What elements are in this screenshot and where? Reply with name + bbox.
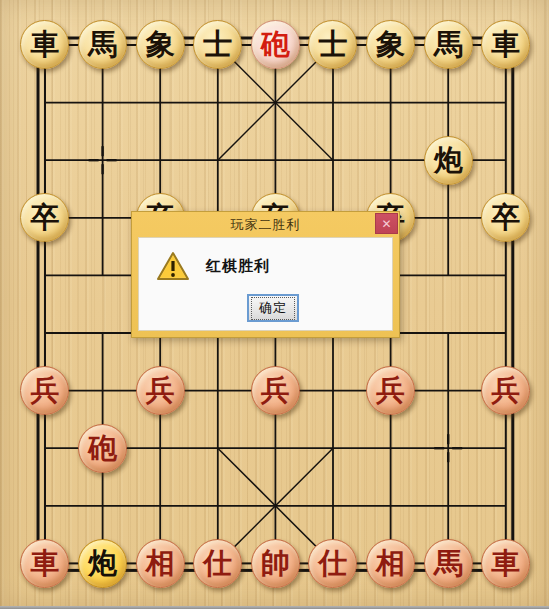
close-button[interactable]: ✕ [375,213,398,234]
piece-black-horse[interactable]: 馬 [424,20,473,69]
piece-black-advisor[interactable]: 士 [193,20,242,69]
dialog-message: 红棋胜利 [206,257,270,276]
piece-red-soldier[interactable]: 兵 [251,366,300,415]
piece-red-advisor[interactable]: 仕 [193,539,242,588]
piece-red-advisor[interactable]: 仕 [308,539,357,588]
piece-red-soldier[interactable]: 兵 [481,366,530,415]
piece-red-soldier[interactable]: 兵 [20,366,69,415]
piece-black-soldier[interactable]: 卒 [20,193,69,242]
piece-red-elephant[interactable]: 相 [136,539,185,588]
piece-black-advisor[interactable]: 士 [308,20,357,69]
close-icon: ✕ [381,217,391,231]
piece-black-chariot[interactable]: 車 [481,20,530,69]
warning-icon [156,251,190,282]
piece-black-elephant[interactable]: 象 [366,20,415,69]
victory-dialog: 玩家二胜利 ✕ 红棋胜利 确定 [131,211,400,338]
piece-red-soldier[interactable]: 兵 [366,366,415,415]
piece-red-elephant[interactable]: 相 [366,539,415,588]
piece-black-cannon[interactable]: 炮 [78,539,127,588]
piece-black-cannon[interactable]: 炮 [424,136,473,185]
ok-button[interactable]: 确定 [247,294,299,322]
piece-red-horse[interactable]: 馬 [424,539,473,588]
dialog-titlebar[interactable]: 玩家二胜利 ✕ [132,212,399,237]
piece-red-soldier[interactable]: 兵 [136,366,185,415]
piece-red-cannon[interactable]: 砲 [251,20,300,69]
xiangqi-app-window: 車馬象士砲士象馬車炮卒卒卒卒卒兵兵兵兵兵砲車炮相仕帥仕相馬車 玩家二胜利 ✕ 红… [0,0,549,609]
piece-black-soldier[interactable]: 卒 [481,193,530,242]
piece-red-chariot[interactable]: 車 [20,539,69,588]
piece-red-cannon[interactable]: 砲 [78,424,127,473]
dialog-body: 红棋胜利 确定 [138,237,393,331]
piece-red-general[interactable]: 帥 [251,539,300,588]
piece-black-horse[interactable]: 馬 [78,20,127,69]
piece-black-elephant[interactable]: 象 [136,20,185,69]
ok-button-label: 确定 [251,297,295,320]
piece-red-chariot[interactable]: 車 [481,539,530,588]
dialog-title: 玩家二胜利 [231,216,301,234]
piece-black-chariot[interactable]: 車 [20,20,69,69]
